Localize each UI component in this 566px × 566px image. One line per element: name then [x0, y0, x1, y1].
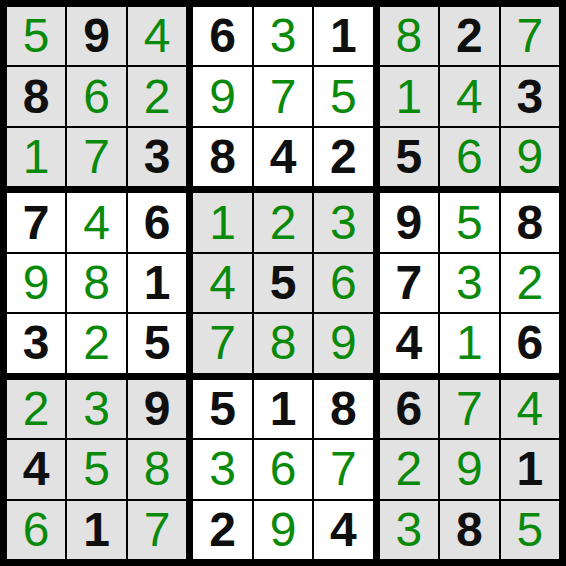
cell-r9c5[interactable]: 9: [254, 501, 312, 559]
cell-r7c3[interactable]: 9: [128, 380, 186, 438]
cell-r3c3[interactable]: 3: [128, 128, 186, 186]
block-r3c2: 518367294: [193, 380, 372, 559]
cell-r4c8[interactable]: 5: [440, 193, 498, 251]
cell-r6c8[interactable]: 1: [440, 314, 498, 372]
cell-r8c8[interactable]: 9: [440, 440, 498, 498]
cell-r3c8[interactable]: 6: [440, 128, 498, 186]
cell-r5c3[interactable]: 1: [128, 254, 186, 312]
cell-r5c1[interactable]: 9: [7, 254, 65, 312]
cell-r7c8[interactable]: 7: [440, 380, 498, 438]
cell-r2c1[interactable]: 8: [7, 67, 65, 125]
cell-r9c7[interactable]: 3: [380, 501, 438, 559]
cell-r3c5[interactable]: 4: [254, 128, 312, 186]
cell-r8c2[interactable]: 5: [67, 440, 125, 498]
cell-r2c6[interactable]: 5: [314, 67, 372, 125]
cell-r9c2[interactable]: 1: [67, 501, 125, 559]
block-r1c3: 827143569: [380, 7, 559, 186]
block-r2c1: 746981325: [7, 193, 186, 372]
cell-r4c6[interactable]: 3: [314, 193, 372, 251]
cell-r8c3[interactable]: 8: [128, 440, 186, 498]
cell-r5c7[interactable]: 7: [380, 254, 438, 312]
cell-r1c6[interactable]: 1: [314, 7, 372, 65]
cell-r7c2[interactable]: 3: [67, 380, 125, 438]
cell-r8c6[interactable]: 7: [314, 440, 372, 498]
cell-r5c8[interactable]: 3: [440, 254, 498, 312]
cell-r5c9[interactable]: 2: [501, 254, 559, 312]
cell-r2c7[interactable]: 1: [380, 67, 438, 125]
cell-r6c7[interactable]: 4: [380, 314, 438, 372]
block-r1c2: 631975842: [193, 7, 372, 186]
cell-r7c6[interactable]: 8: [314, 380, 372, 438]
cell-r1c1[interactable]: 5: [7, 7, 65, 65]
cell-r5c5[interactable]: 5: [254, 254, 312, 312]
cell-r2c3[interactable]: 2: [128, 67, 186, 125]
block-r1c1: 594862173: [7, 7, 186, 186]
cell-r1c7[interactable]: 8: [380, 7, 438, 65]
cell-r4c3[interactable]: 6: [128, 193, 186, 251]
cell-r4c4[interactable]: 1: [193, 193, 251, 251]
cell-r3c4[interactable]: 8: [193, 128, 251, 186]
cell-r8c9[interactable]: 1: [501, 440, 559, 498]
cell-r7c1[interactable]: 2: [7, 380, 65, 438]
cell-r1c2[interactable]: 9: [67, 7, 125, 65]
cell-r4c1[interactable]: 7: [7, 193, 65, 251]
cell-r8c4[interactable]: 3: [193, 440, 251, 498]
cell-r2c2[interactable]: 6: [67, 67, 125, 125]
cell-r9c1[interactable]: 6: [7, 501, 65, 559]
cell-r9c9[interactable]: 5: [501, 501, 559, 559]
cell-r6c1[interactable]: 3: [7, 314, 65, 372]
cell-r3c7[interactable]: 5: [380, 128, 438, 186]
cell-r2c8[interactable]: 4: [440, 67, 498, 125]
cell-r4c9[interactable]: 8: [501, 193, 559, 251]
cell-r6c9[interactable]: 6: [501, 314, 559, 372]
cell-r6c3[interactable]: 5: [128, 314, 186, 372]
block-r3c1: 239458617: [7, 380, 186, 559]
cell-r1c3[interactable]: 4: [128, 7, 186, 65]
cell-r3c1[interactable]: 1: [7, 128, 65, 186]
cell-r9c3[interactable]: 7: [128, 501, 186, 559]
cell-r2c9[interactable]: 3: [501, 67, 559, 125]
cell-r5c2[interactable]: 8: [67, 254, 125, 312]
block-r2c3: 958732416: [380, 193, 559, 372]
cell-r7c4[interactable]: 5: [193, 380, 251, 438]
cell-r8c1[interactable]: 4: [7, 440, 65, 498]
cell-r7c5[interactable]: 1: [254, 380, 312, 438]
cell-r8c5[interactable]: 6: [254, 440, 312, 498]
cell-r3c6[interactable]: 2: [314, 128, 372, 186]
cell-r4c7[interactable]: 9: [380, 193, 438, 251]
block-r2c2: 123456789: [193, 193, 372, 372]
cell-r6c2[interactable]: 2: [67, 314, 125, 372]
cell-r6c4[interactable]: 7: [193, 314, 251, 372]
cell-r2c4[interactable]: 9: [193, 67, 251, 125]
cell-r6c6[interactable]: 9: [314, 314, 372, 372]
cell-r9c8[interactable]: 8: [440, 501, 498, 559]
cell-r5c6[interactable]: 6: [314, 254, 372, 312]
cell-r7c9[interactable]: 4: [501, 380, 559, 438]
cell-r5c4[interactable]: 4: [193, 254, 251, 312]
cell-r1c8[interactable]: 2: [440, 7, 498, 65]
cell-r8c7[interactable]: 2: [380, 440, 438, 498]
cell-r6c5[interactable]: 8: [254, 314, 312, 372]
cell-r1c9[interactable]: 7: [501, 7, 559, 65]
cell-r4c2[interactable]: 4: [67, 193, 125, 251]
cell-r3c2[interactable]: 7: [67, 128, 125, 186]
cell-r1c5[interactable]: 3: [254, 7, 312, 65]
cell-r9c4[interactable]: 2: [193, 501, 251, 559]
cell-r3c9[interactable]: 9: [501, 128, 559, 186]
cell-r2c5[interactable]: 7: [254, 67, 312, 125]
cell-r1c4[interactable]: 6: [193, 7, 251, 65]
sudoku-board: 5948621736319758428271435697469813251234…: [0, 0, 566, 566]
block-r3c3: 674291385: [380, 380, 559, 559]
cell-r7c7[interactable]: 6: [380, 380, 438, 438]
cell-r4c5[interactable]: 2: [254, 193, 312, 251]
cell-r9c6[interactable]: 4: [314, 501, 372, 559]
